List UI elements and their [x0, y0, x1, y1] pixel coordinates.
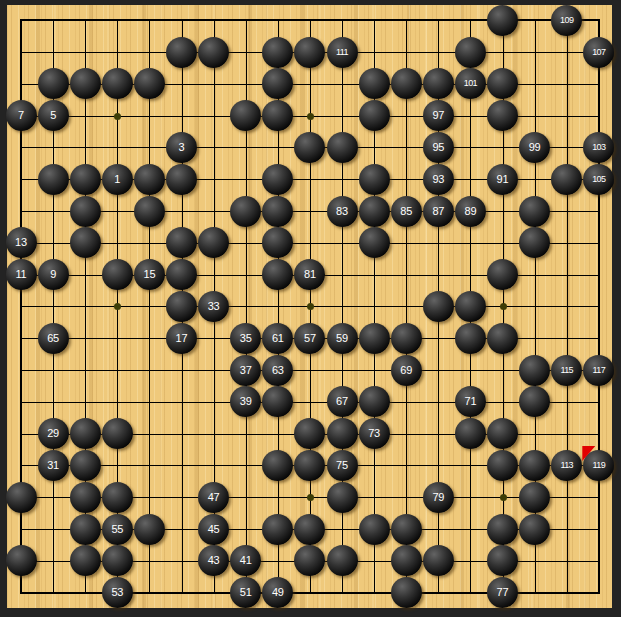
- black-stone-G4[interactable]: 47: [198, 482, 229, 513]
- move-number: 47: [208, 492, 220, 503]
- black-stone-C5[interactable]: [70, 450, 101, 481]
- black-stone-P13[interactable]: 89: [455, 196, 486, 227]
- black-stone-C6[interactable]: [70, 418, 101, 449]
- black-stone-F14[interactable]: [166, 164, 197, 195]
- black-stone-K9[interactable]: 57: [294, 323, 325, 354]
- black-stone-K18[interactable]: [294, 37, 325, 68]
- black-stone-A4[interactable]: [6, 482, 37, 513]
- move-number: 41: [240, 555, 252, 566]
- black-stone-L5[interactable]: 75: [327, 450, 358, 481]
- black-stone-Q16[interactable]: [487, 100, 518, 131]
- black-stone-M6[interactable]: 73: [359, 418, 390, 449]
- star-point: [307, 113, 314, 120]
- black-stone-J8[interactable]: 63: [262, 355, 293, 386]
- black-stone-T5[interactable]: 119: [583, 450, 614, 481]
- black-stone-O4[interactable]: 79: [423, 482, 454, 513]
- move-number: 75: [336, 460, 348, 471]
- black-stone-R5[interactable]: [519, 450, 550, 481]
- move-number: 55: [111, 524, 123, 535]
- black-stone-O14[interactable]: 93: [423, 164, 454, 195]
- black-stone-J9[interactable]: 61: [262, 323, 293, 354]
- star-point: [500, 303, 507, 310]
- black-stone-O17[interactable]: [423, 68, 454, 99]
- black-stone-O10[interactable]: [423, 291, 454, 322]
- grid-vertical-line: [406, 20, 407, 592]
- move-number: 95: [432, 142, 444, 153]
- move-number: 45: [208, 524, 220, 535]
- black-stone-M7[interactable]: [359, 386, 390, 417]
- grid-horizontal-line: [21, 370, 599, 371]
- move-number: 1: [114, 174, 120, 185]
- black-stone-E11[interactable]: 15: [134, 259, 165, 290]
- black-stone-Q14[interactable]: 91: [487, 164, 518, 195]
- black-stone-D6[interactable]: [102, 418, 133, 449]
- black-stone-D1[interactable]: 53: [102, 577, 133, 608]
- grid-horizontal-line: [21, 402, 599, 403]
- move-number: 93: [432, 174, 444, 185]
- move-number: 109: [560, 16, 573, 25]
- black-stone-B9[interactable]: 65: [38, 323, 69, 354]
- black-stone-B11[interactable]: 9: [38, 259, 69, 290]
- move-number: 35: [240, 333, 252, 344]
- move-number: 53: [111, 587, 123, 598]
- black-stone-C17[interactable]: [70, 68, 101, 99]
- move-number: 113: [560, 461, 573, 470]
- black-stone-C12[interactable]: [70, 227, 101, 258]
- move-number: 105: [592, 175, 605, 184]
- black-stone-L18[interactable]: 111: [327, 37, 358, 68]
- black-stone-L4[interactable]: [327, 482, 358, 513]
- black-stone-J14[interactable]: [262, 164, 293, 195]
- black-stone-E13[interactable]: [134, 196, 165, 227]
- go-board-screenshot: 1091111071017597395991031939110583858789…: [0, 0, 621, 617]
- black-stone-C14[interactable]: [70, 164, 101, 195]
- move-number: 99: [529, 142, 541, 153]
- black-stone-F15[interactable]: 3: [166, 132, 197, 163]
- move-number: 97: [432, 110, 444, 121]
- black-stone-A2[interactable]: [6, 545, 37, 576]
- black-stone-T8[interactable]: 117: [583, 355, 614, 386]
- black-stone-S8[interactable]: 115: [551, 355, 582, 386]
- move-number: 115: [560, 366, 573, 375]
- black-stone-Q19[interactable]: [487, 5, 518, 36]
- move-number: 71: [464, 396, 476, 407]
- black-stone-D14[interactable]: 1: [102, 164, 133, 195]
- move-number: 9: [50, 269, 56, 280]
- move-number: 79: [432, 492, 444, 503]
- black-stone-G18[interactable]: [198, 37, 229, 68]
- black-stone-R8[interactable]: [519, 355, 550, 386]
- black-stone-L15[interactable]: [327, 132, 358, 163]
- black-stone-R3[interactable]: [519, 514, 550, 545]
- black-stone-F18[interactable]: [166, 37, 197, 68]
- star-point: [114, 113, 121, 120]
- move-number: 111: [336, 48, 348, 57]
- black-stone-A11[interactable]: 11: [6, 259, 37, 290]
- move-number: 5: [50, 110, 56, 121]
- black-stone-M12[interactable]: [359, 227, 390, 258]
- black-stone-L2[interactable]: [327, 545, 358, 576]
- black-stone-L13[interactable]: 83: [327, 196, 358, 227]
- move-number: 29: [47, 428, 59, 439]
- black-stone-N2[interactable]: [391, 545, 422, 576]
- move-number: 65: [47, 333, 59, 344]
- black-stone-B16[interactable]: 5: [38, 100, 69, 131]
- black-stone-B6[interactable]: 29: [38, 418, 69, 449]
- move-number: 107: [592, 48, 605, 57]
- black-stone-H9[interactable]: 35: [230, 323, 261, 354]
- move-number: 17: [176, 333, 188, 344]
- black-stone-B14[interactable]: [38, 164, 69, 195]
- move-number: 61: [272, 333, 284, 344]
- move-number: 43: [208, 555, 220, 566]
- move-number: 33: [208, 301, 220, 312]
- black-stone-D4[interactable]: [102, 482, 133, 513]
- black-stone-C13[interactable]: [70, 196, 101, 227]
- move-number: 67: [336, 396, 348, 407]
- grid-vertical-line: [567, 20, 568, 592]
- black-stone-A12[interactable]: 13: [6, 227, 37, 258]
- black-stone-B17[interactable]: [38, 68, 69, 99]
- move-number: 87: [432, 206, 444, 217]
- black-stone-L7[interactable]: 67: [327, 386, 358, 417]
- black-stone-N13[interactable]: 85: [391, 196, 422, 227]
- black-stone-M17[interactable]: [359, 68, 390, 99]
- black-stone-N8[interactable]: 69: [391, 355, 422, 386]
- move-number: 119: [593, 461, 606, 470]
- move-number: 13: [15, 237, 27, 248]
- move-number: 69: [400, 365, 412, 376]
- move-number: 3: [179, 142, 185, 153]
- black-stone-Q5[interactable]: [487, 450, 518, 481]
- black-stone-M13[interactable]: [359, 196, 390, 227]
- black-stone-D17[interactable]: [102, 68, 133, 99]
- black-stone-B5[interactable]: 31: [38, 450, 69, 481]
- move-number: 49: [272, 587, 284, 598]
- move-number: 63: [272, 365, 284, 376]
- black-stone-Q1[interactable]: 77: [487, 577, 518, 608]
- black-stone-R4[interactable]: [519, 482, 550, 513]
- black-stone-D11[interactable]: [102, 259, 133, 290]
- black-stone-N9[interactable]: [391, 323, 422, 354]
- black-stone-M9[interactable]: [359, 323, 390, 354]
- black-stone-S19[interactable]: 109: [551, 5, 582, 36]
- black-stone-M3[interactable]: [359, 514, 390, 545]
- black-stone-J13[interactable]: [262, 196, 293, 227]
- black-stone-C4[interactable]: [70, 482, 101, 513]
- black-stone-A16[interactable]: 7: [6, 100, 37, 131]
- black-stone-L9[interactable]: 59: [327, 323, 358, 354]
- move-number: 91: [497, 174, 509, 185]
- black-stone-E14[interactable]: [134, 164, 165, 195]
- black-stone-T18[interactable]: 107: [583, 37, 614, 68]
- black-stone-M14[interactable]: [359, 164, 390, 195]
- black-stone-Q3[interactable]: [487, 514, 518, 545]
- black-stone-H8[interactable]: 37: [230, 355, 261, 386]
- move-number: 101: [464, 79, 477, 88]
- black-stone-P18[interactable]: [455, 37, 486, 68]
- black-stone-F10[interactable]: [166, 291, 197, 322]
- move-number: 11: [15, 269, 26, 280]
- black-stone-J5[interactable]: [262, 450, 293, 481]
- black-stone-P7[interactable]: 71: [455, 386, 486, 417]
- move-number: 81: [304, 269, 316, 280]
- move-number: 83: [336, 206, 348, 217]
- black-stone-T14[interactable]: 105: [583, 164, 614, 195]
- black-stone-S5[interactable]: 113: [551, 450, 582, 481]
- move-number: 59: [336, 333, 348, 344]
- black-stone-J18[interactable]: [262, 37, 293, 68]
- move-number: 7: [18, 110, 24, 121]
- black-stone-F11[interactable]: [166, 259, 197, 290]
- black-stone-F9[interactable]: 17: [166, 323, 197, 354]
- star-point: [500, 494, 507, 501]
- black-stone-N1[interactable]: [391, 577, 422, 608]
- move-number: 73: [368, 428, 380, 439]
- black-stone-G3[interactable]: 45: [198, 514, 229, 545]
- move-number: 51: [240, 587, 252, 598]
- black-stone-L6[interactable]: [327, 418, 358, 449]
- black-stone-Q6[interactable]: [487, 418, 518, 449]
- black-stone-P9[interactable]: [455, 323, 486, 354]
- black-stone-H13[interactable]: [230, 196, 261, 227]
- move-number: 37: [240, 365, 252, 376]
- black-stone-O16[interactable]: 97: [423, 100, 454, 131]
- black-stone-G10[interactable]: 33: [198, 291, 229, 322]
- move-number: 15: [143, 269, 155, 280]
- move-number: 103: [592, 143, 605, 152]
- black-stone-P17[interactable]: 101: [455, 68, 486, 99]
- black-stone-O2[interactable]: [423, 545, 454, 576]
- move-number: 57: [304, 333, 316, 344]
- black-stone-T15[interactable]: 103: [583, 132, 614, 163]
- move-number: 77: [497, 587, 509, 598]
- black-stone-P10[interactable]: [455, 291, 486, 322]
- move-number: 31: [47, 460, 59, 471]
- black-stone-C2[interactable]: [70, 545, 101, 576]
- black-stone-D3[interactable]: 55: [102, 514, 133, 545]
- black-stone-P6[interactable]: [455, 418, 486, 449]
- black-stone-E17[interactable]: [134, 68, 165, 99]
- black-stone-J3[interactable]: [262, 514, 293, 545]
- black-stone-M16[interactable]: [359, 100, 390, 131]
- black-stone-N3[interactable]: [391, 514, 422, 545]
- black-stone-R15[interactable]: 99: [519, 132, 550, 163]
- black-stone-R13[interactable]: [519, 196, 550, 227]
- black-stone-C3[interactable]: [70, 514, 101, 545]
- move-number: 39: [240, 396, 252, 407]
- black-stone-O15[interactable]: 95: [423, 132, 454, 163]
- black-stone-Q11[interactable]: [487, 259, 518, 290]
- black-stone-Q9[interactable]: [487, 323, 518, 354]
- black-stone-K3[interactable]: [294, 514, 325, 545]
- move-number: 85: [400, 206, 412, 217]
- black-stone-N17[interactable]: [391, 68, 422, 99]
- black-stone-D2[interactable]: [102, 545, 133, 576]
- move-number: 89: [464, 206, 476, 217]
- black-stone-O13[interactable]: 87: [423, 196, 454, 227]
- move-number: 117: [593, 366, 606, 375]
- black-stone-E3[interactable]: [134, 514, 165, 545]
- black-stone-S14[interactable]: [551, 164, 582, 195]
